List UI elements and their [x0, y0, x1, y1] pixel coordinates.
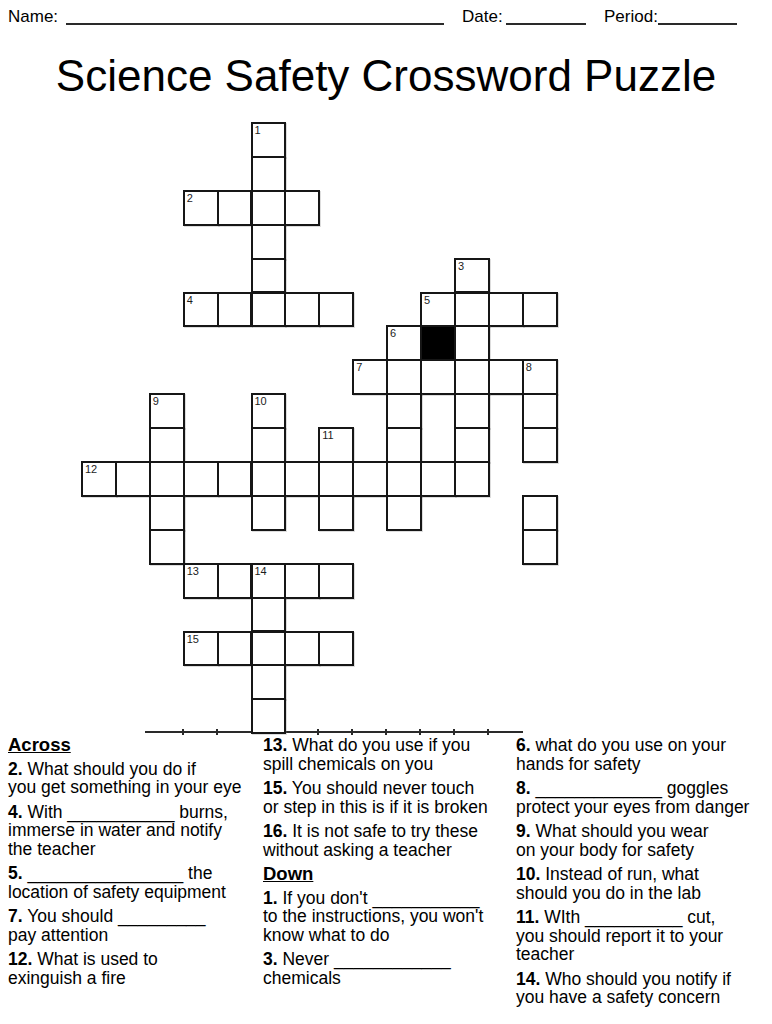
grid-cell-r9c14[interactable] [522, 393, 558, 429]
grid-crop-tick [182, 729, 184, 735]
clue-num-label: 7. [8, 906, 23, 926]
worksheet-page: { "header": { "name_label": "Name:", "da… [0, 0, 772, 1024]
grid-cell-r11c12[interactable] [454, 461, 490, 497]
grid-cell-r12c8[interactable] [318, 495, 354, 531]
grid-cell-r16c5[interactable] [217, 631, 253, 667]
clue-num-label: 2. [8, 759, 23, 779]
clue-num-label: 16. [263, 821, 287, 841]
clue-text: ________________ the location of safety … [8, 863, 226, 902]
crossword-grid: 123456789101112131415 [81, 122, 559, 734]
clue-number: 13 [187, 565, 199, 578]
clue-text: You should _________ pay attention [8, 906, 206, 945]
clue-num-label: 8. [516, 778, 531, 798]
grid-cell-r6c5[interactable] [217, 292, 253, 328]
clue-6: 6. what do you use on your hands for saf… [516, 736, 772, 773]
clue-10: 10. Instead of run, what should you do i… [516, 865, 772, 902]
grid-cell-r8c10[interactable] [386, 359, 422, 395]
grid-cell-r16c6[interactable] [251, 631, 287, 667]
clue-4: 4. With ___________ burns, immerse in wa… [8, 803, 260, 859]
grid-cell-r12c6[interactable] [251, 495, 287, 531]
clue-text: What should you wear on your body for sa… [516, 821, 709, 860]
grid-cell-r14c7[interactable] [284, 563, 320, 599]
clue-number: 8 [526, 361, 532, 374]
clue-number: 6 [390, 327, 396, 340]
grid-cell-r14c5[interactable] [217, 563, 253, 599]
grid-cell-r10c10[interactable] [386, 427, 422, 463]
clue-11: 11. WIth __________ cut, you should repo… [516, 908, 772, 964]
clue-num-label: 4. [8, 802, 23, 822]
date-blank-line [506, 23, 586, 25]
grid-cell-r3c6[interactable] [251, 190, 287, 226]
grid-cell-r12c3[interactable] [149, 495, 185, 531]
grid-cell-r13c3[interactable] [149, 529, 185, 565]
clue-15: 15. You should never touch or step in th… [263, 779, 511, 816]
clue-text: You should never touch or step in this i… [263, 778, 488, 817]
grid-cell-r11c7[interactable] [284, 461, 320, 497]
grid-cell-r11c10[interactable] [386, 461, 422, 497]
clue-num-label: 14. [516, 969, 540, 989]
grid-cell-r16c4[interactable]: 15 [183, 631, 219, 667]
clue-num-label: 6. [516, 735, 531, 755]
grid-cell-r12c10[interactable] [386, 495, 422, 531]
clue-number: 10 [255, 395, 267, 408]
grid-cell-r11c11[interactable] [420, 461, 456, 497]
grid-cell-r18c6[interactable] [251, 698, 287, 734]
clue-12: 12. What is used to exinguish a fire [8, 950, 260, 987]
clue-text: Never ____________ chemicals [263, 949, 451, 988]
period-blank-line [658, 23, 737, 25]
grid-cell-r11c5[interactable] [217, 461, 253, 497]
clue-number: 12 [85, 463, 97, 476]
name-blank-line [66, 23, 444, 25]
clue-number: 3 [458, 260, 464, 273]
clue-num-label: 10. [516, 864, 540, 884]
clue-number: 7 [356, 361, 362, 374]
grid-cell-r8c12[interactable] [454, 359, 490, 395]
grid-crop-line [145, 731, 523, 733]
grid-cell-r11c9[interactable] [352, 461, 388, 497]
grid-cell-r11c4[interactable] [183, 461, 219, 497]
grid-cell-r7c10[interactable]: 6 [386, 325, 422, 361]
clue-number: 2 [187, 192, 193, 205]
grid-cell-r14c8[interactable] [318, 563, 354, 599]
grid-cell-r16c7[interactable] [284, 631, 320, 667]
grid-cell-r10c8[interactable]: 11 [318, 427, 354, 463]
clue-section-header-down: Down [263, 865, 511, 884]
grid-cell-r8c9[interactable]: 7 [352, 359, 388, 395]
grid-cell-r6c13[interactable] [488, 292, 524, 328]
grid-cell-r16c8[interactable] [318, 631, 354, 667]
grid-cell-r11c6[interactable] [251, 461, 287, 497]
grid-crop-tick [487, 729, 489, 735]
clue-text: Who should you notify if you have a safe… [516, 969, 731, 1008]
grid-cell-r11c2[interactable] [115, 461, 151, 497]
clue-text: If you don't ___________ to the instruct… [263, 888, 483, 945]
grid-cell-r7c12[interactable] [454, 325, 490, 361]
clue-column-right: 6. what do you use on your hands for saf… [516, 736, 772, 1013]
grid-cell-r3c5[interactable] [217, 190, 253, 226]
clue-9: 9. What should you wear on your body for… [516, 822, 772, 859]
clue-number: 1 [255, 124, 261, 137]
clue-number: 4 [187, 294, 193, 307]
grid-cell-r11c8[interactable] [318, 461, 354, 497]
clue-5: 5. ________________ the location of safe… [8, 864, 260, 901]
clue-14: 14. Who should you notify if you have a … [516, 970, 772, 1007]
clue-16: 16. It is not safe to try these without … [263, 822, 511, 859]
clue-num-label: 3. [263, 949, 278, 969]
grid-cell-r10c6[interactable] [251, 427, 287, 463]
clue-num-label: 13. [263, 735, 287, 755]
grid-cell-r6c11[interactable]: 5 [420, 292, 456, 328]
clue-text: WIth __________ cut, you should report i… [516, 907, 723, 964]
clue-2: 2. What should you do if you get somethi… [8, 760, 260, 797]
grid-cell-r13c14[interactable] [522, 529, 558, 565]
clue-text: Instead of run, what should you do in th… [516, 864, 701, 903]
clue-text: What do you use if you spill chemicals o… [263, 735, 470, 774]
grid-cell-r8c11[interactable] [420, 359, 456, 395]
clue-num-label: 15. [263, 778, 287, 798]
grid-cell-r2c6[interactable] [251, 156, 287, 192]
grid-cell-r6c7[interactable] [284, 292, 320, 328]
grid-cell-r9c10[interactable] [386, 393, 422, 429]
grid-cell-r9c12[interactable] [454, 393, 490, 429]
clue-1: 1. If you don't ___________ to the instr… [263, 889, 511, 945]
grid-cell-r6c8[interactable] [318, 292, 354, 328]
grid-cell-r14c6[interactable]: 14 [251, 563, 287, 599]
period-label: Period: [604, 7, 658, 26]
grid-cell-r12c14[interactable] [522, 495, 558, 531]
grid-cell-r6c14[interactable] [522, 292, 558, 328]
clue-number: 5 [424, 294, 430, 307]
grid-cell-r10c12[interactable] [454, 427, 490, 463]
page-title: Science Safety Crossword Puzzle [0, 52, 772, 100]
clue-section-header-across: Across [8, 736, 260, 755]
clue-8: 8. _____________ goggles protect your ey… [516, 779, 772, 816]
clue-3: 3. Never ____________ chemicals [263, 950, 511, 987]
grid-cell-r14c4[interactable]: 13 [183, 563, 219, 599]
clue-text: what do you use on your hands for safety [516, 735, 726, 774]
name-label: Name: [8, 7, 58, 26]
clue-num-label: 5. [8, 863, 23, 883]
clue-column-left: Across2. What should you do if you get s… [8, 736, 260, 993]
grid-cell-r8c13[interactable] [488, 359, 524, 395]
clue-text: What should you do if you get something … [8, 759, 241, 798]
grid-cell-r15c6[interactable] [251, 597, 287, 633]
grid-cell-r9c3[interactable]: 9 [149, 393, 185, 429]
grid-crop-tick [216, 729, 218, 735]
clue-column-middle: 13. What do you use if you spill chemica… [263, 736, 511, 993]
clue-text: It is not safe to try these without aski… [263, 821, 478, 860]
clue-num-label: 12. [8, 949, 32, 969]
clue-number: 14 [255, 565, 267, 578]
grid-cell-r6c12[interactable] [454, 292, 490, 328]
clue-text: _____________ goggles protect your eyes … [516, 778, 749, 817]
grid-cell-r5c12[interactable]: 3 [454, 258, 490, 294]
black-cell [420, 325, 456, 361]
clue-num-label: 9. [516, 821, 531, 841]
clue-number: 9 [153, 395, 159, 408]
grid-cell-r4c6[interactable] [251, 224, 287, 260]
grid-cell-r11c1[interactable]: 12 [81, 461, 117, 497]
grid-cell-r6c6[interactable] [251, 292, 287, 328]
grid-cell-r10c14[interactable] [522, 427, 558, 463]
grid-cell-r9c6[interactable]: 10 [251, 393, 287, 429]
grid-cell-r5c6[interactable] [251, 258, 287, 294]
grid-cell-r10c3[interactable] [149, 427, 185, 463]
grid-cell-r1c6[interactable]: 1 [251, 122, 287, 158]
grid-cell-r17c6[interactable] [251, 664, 287, 700]
grid-cell-r3c7[interactable] [284, 190, 320, 226]
clue-number: 11 [322, 429, 333, 442]
clue-7: 7. You should _________ pay attention [8, 907, 260, 944]
grid-cell-r3c4[interactable]: 2 [183, 190, 219, 226]
grid-cell-r11c3[interactable] [149, 461, 185, 497]
clue-num-label: 11. [516, 907, 539, 927]
clue-num-label: 1. [263, 888, 278, 908]
grid-cell-r6c4[interactable]: 4 [183, 292, 219, 328]
date-label: Date: [462, 7, 503, 26]
clue-13: 13. What do you use if you spill chemica… [263, 736, 511, 773]
clue-text: With ___________ burns, immerse in water… [8, 802, 228, 859]
clue-number: 15 [187, 633, 199, 646]
grid-cell-r8c14[interactable]: 8 [522, 359, 558, 395]
